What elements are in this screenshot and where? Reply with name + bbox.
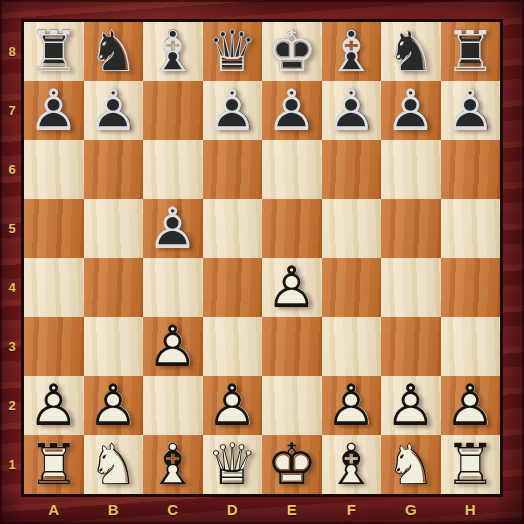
piece-black-knight[interactable]: ♞♘ bbox=[84, 22, 144, 81]
black-pawn-glyph-outline: ♙ bbox=[24, 81, 84, 140]
square-c2[interactable] bbox=[143, 376, 203, 435]
rank-label-7: 7 bbox=[0, 81, 24, 140]
white-rook-glyph-outline: ♖ bbox=[24, 435, 84, 494]
black-queen-glyph-outline: ♕ bbox=[203, 22, 263, 81]
square-c6[interactable] bbox=[143, 140, 203, 199]
square-b3[interactable] bbox=[84, 317, 144, 376]
piece-black-bishop[interactable]: ♝♗ bbox=[322, 22, 382, 81]
white-pawn-glyph-outline: ♙ bbox=[381, 376, 441, 435]
square-c5[interactable]: ♟♙ bbox=[143, 199, 203, 258]
square-b2[interactable]: ♟♙ bbox=[84, 376, 144, 435]
piece-white-pawn[interactable]: ♟♙ bbox=[203, 376, 263, 435]
square-d1[interactable]: ♛♕ bbox=[203, 435, 263, 494]
square-e6[interactable] bbox=[262, 140, 322, 199]
black-pawn-glyph-outline: ♙ bbox=[381, 81, 441, 140]
square-g1[interactable]: ♞♘ bbox=[381, 435, 441, 494]
piece-white-rook[interactable]: ♜♖ bbox=[24, 435, 84, 494]
square-g3[interactable] bbox=[381, 317, 441, 376]
square-g7[interactable]: ♟♙ bbox=[381, 81, 441, 140]
white-pawn-glyph-outline: ♙ bbox=[441, 376, 501, 435]
square-h8[interactable]: ♜♖ bbox=[441, 22, 501, 81]
piece-white-pawn[interactable]: ♟♙ bbox=[143, 317, 203, 376]
square-b1[interactable]: ♞♘ bbox=[84, 435, 144, 494]
white-knight-glyph-outline: ♘ bbox=[381, 435, 441, 494]
square-e1[interactable]: ♚♔ bbox=[262, 435, 322, 494]
square-c7[interactable] bbox=[143, 81, 203, 140]
square-a4[interactable] bbox=[24, 258, 84, 317]
piece-black-pawn[interactable]: ♟♙ bbox=[84, 81, 144, 140]
piece-white-pawn[interactable]: ♟♙ bbox=[322, 376, 382, 435]
square-a1[interactable]: ♜♖ bbox=[24, 435, 84, 494]
square-g4[interactable] bbox=[381, 258, 441, 317]
file-label-f: F bbox=[322, 494, 382, 524]
square-a8[interactable]: ♜♖ bbox=[24, 22, 84, 81]
black-pawn-glyph-outline: ♙ bbox=[441, 81, 501, 140]
square-c3[interactable]: ♟♙ bbox=[143, 317, 203, 376]
rank-label-4: 4 bbox=[0, 258, 24, 317]
piece-white-knight[interactable]: ♞♘ bbox=[381, 435, 441, 494]
square-f1[interactable]: ♝♗ bbox=[322, 435, 382, 494]
file-label-c: C bbox=[143, 494, 203, 524]
piece-white-pawn[interactable]: ♟♙ bbox=[84, 376, 144, 435]
piece-black-pawn[interactable]: ♟♙ bbox=[24, 81, 84, 140]
file-label-g: G bbox=[381, 494, 441, 524]
black-pawn-glyph-outline: ♙ bbox=[262, 81, 322, 140]
square-g8[interactable]: ♞♘ bbox=[381, 22, 441, 81]
square-e8[interactable]: ♚♔ bbox=[262, 22, 322, 81]
piece-black-pawn[interactable]: ♟♙ bbox=[143, 199, 203, 258]
piece-black-rook[interactable]: ♜♖ bbox=[24, 22, 84, 81]
square-c1[interactable]: ♝♗ bbox=[143, 435, 203, 494]
square-e3[interactable] bbox=[262, 317, 322, 376]
square-e2[interactable] bbox=[262, 376, 322, 435]
white-pawn-glyph-outline: ♙ bbox=[203, 376, 263, 435]
square-b4[interactable] bbox=[84, 258, 144, 317]
square-h3[interactable] bbox=[441, 317, 501, 376]
piece-black-knight[interactable]: ♞♘ bbox=[381, 22, 441, 81]
square-e5[interactable] bbox=[262, 199, 322, 258]
square-d7[interactable]: ♟♙ bbox=[203, 81, 263, 140]
piece-black-pawn[interactable]: ♟♙ bbox=[381, 81, 441, 140]
piece-white-bishop[interactable]: ♝♗ bbox=[143, 435, 203, 494]
piece-white-pawn[interactable]: ♟♙ bbox=[441, 376, 501, 435]
square-b7[interactable]: ♟♙ bbox=[84, 81, 144, 140]
white-pawn-glyph-outline: ♙ bbox=[24, 376, 84, 435]
black-rook-glyph-outline: ♖ bbox=[441, 22, 501, 81]
square-e4[interactable]: ♟♙ bbox=[262, 258, 322, 317]
white-bishop-glyph-outline: ♗ bbox=[322, 435, 382, 494]
square-a2[interactable]: ♟♙ bbox=[24, 376, 84, 435]
square-h4[interactable] bbox=[441, 258, 501, 317]
piece-white-rook[interactable]: ♜♖ bbox=[441, 435, 501, 494]
white-pawn-glyph-outline: ♙ bbox=[262, 258, 322, 317]
square-h1[interactable]: ♜♖ bbox=[441, 435, 501, 494]
white-rook-glyph-outline: ♖ bbox=[441, 435, 501, 494]
square-e7[interactable]: ♟♙ bbox=[262, 81, 322, 140]
piece-black-bishop[interactable]: ♝♗ bbox=[143, 22, 203, 81]
black-pawn-glyph-outline: ♙ bbox=[322, 81, 382, 140]
white-pawn-glyph-outline: ♙ bbox=[143, 317, 203, 376]
square-b8[interactable]: ♞♘ bbox=[84, 22, 144, 81]
piece-black-king[interactable]: ♚♔ bbox=[262, 22, 322, 81]
piece-black-queen[interactable]: ♛♕ bbox=[203, 22, 263, 81]
black-pawn-glyph-outline: ♙ bbox=[84, 81, 144, 140]
square-h5[interactable] bbox=[441, 199, 501, 258]
square-a6[interactable] bbox=[24, 140, 84, 199]
file-label-e: E bbox=[262, 494, 322, 524]
rank-label-3: 3 bbox=[0, 317, 24, 376]
square-a3[interactable] bbox=[24, 317, 84, 376]
white-bishop-glyph-outline: ♗ bbox=[143, 435, 203, 494]
white-king-glyph-outline: ♔ bbox=[262, 435, 322, 494]
black-bishop-glyph-outline: ♗ bbox=[322, 22, 382, 81]
square-f4[interactable] bbox=[322, 258, 382, 317]
white-pawn-glyph-outline: ♙ bbox=[84, 376, 144, 435]
chessboard: ♜♖♞♘♝♗♛♕♚♔♝♗♞♘♜♖♟♙♟♙♟♙♟♙♟♙♟♙♟♙♟♙♟♙♟♙♟♙♟♙… bbox=[24, 22, 500, 494]
chess-position-screenshot: ♜♖♞♘♝♗♛♕♚♔♝♗♞♘♜♖♟♙♟♙♟♙♟♙♟♙♟♙♟♙♟♙♟♙♟♙♟♙♟♙… bbox=[0, 0, 524, 524]
square-f7[interactable]: ♟♙ bbox=[322, 81, 382, 140]
square-g6[interactable] bbox=[381, 140, 441, 199]
piece-white-pawn[interactable]: ♟♙ bbox=[262, 258, 322, 317]
square-d3[interactable] bbox=[203, 317, 263, 376]
white-pawn-glyph-outline: ♙ bbox=[322, 376, 382, 435]
square-a5[interactable] bbox=[24, 199, 84, 258]
file-label-d: D bbox=[203, 494, 263, 524]
piece-white-pawn[interactable]: ♟♙ bbox=[24, 376, 84, 435]
rank-labels: 87654321 bbox=[0, 22, 24, 494]
square-f2[interactable]: ♟♙ bbox=[322, 376, 382, 435]
file-label-h: H bbox=[441, 494, 501, 524]
file-label-b: B bbox=[84, 494, 144, 524]
square-d4[interactable] bbox=[203, 258, 263, 317]
file-labels: ABCDEFGH bbox=[24, 494, 500, 524]
square-h7[interactable]: ♟♙ bbox=[441, 81, 501, 140]
black-bishop-glyph-outline: ♗ bbox=[143, 22, 203, 81]
square-f8[interactable]: ♝♗ bbox=[322, 22, 382, 81]
black-knight-glyph-outline: ♘ bbox=[84, 22, 144, 81]
piece-white-pawn[interactable]: ♟♙ bbox=[381, 376, 441, 435]
piece-white-knight[interactable]: ♞♘ bbox=[84, 435, 144, 494]
square-f3[interactable] bbox=[322, 317, 382, 376]
piece-white-bishop[interactable]: ♝♗ bbox=[322, 435, 382, 494]
square-f5[interactable] bbox=[322, 199, 382, 258]
piece-white-king[interactable]: ♚♔ bbox=[262, 435, 322, 494]
piece-black-pawn[interactable]: ♟♙ bbox=[262, 81, 322, 140]
rank-label-2: 2 bbox=[0, 376, 24, 435]
square-d2[interactable]: ♟♙ bbox=[203, 376, 263, 435]
rank-label-1: 1 bbox=[0, 435, 24, 494]
square-h6[interactable] bbox=[441, 140, 501, 199]
square-d8[interactable]: ♛♕ bbox=[203, 22, 263, 81]
square-b6[interactable] bbox=[84, 140, 144, 199]
square-c4[interactable] bbox=[143, 258, 203, 317]
square-d6[interactable] bbox=[203, 140, 263, 199]
rank-label-8: 8 bbox=[0, 22, 24, 81]
white-knight-glyph-outline: ♘ bbox=[84, 435, 144, 494]
piece-black-rook[interactable]: ♜♖ bbox=[441, 22, 501, 81]
square-g5[interactable] bbox=[381, 199, 441, 258]
black-knight-glyph-outline: ♘ bbox=[381, 22, 441, 81]
square-a7[interactable]: ♟♙ bbox=[24, 81, 84, 140]
white-queen-glyph-outline: ♕ bbox=[203, 435, 263, 494]
black-rook-glyph-outline: ♖ bbox=[24, 22, 84, 81]
piece-black-pawn[interactable]: ♟♙ bbox=[203, 81, 263, 140]
square-h2[interactable]: ♟♙ bbox=[441, 376, 501, 435]
file-label-a: A bbox=[24, 494, 84, 524]
square-g2[interactable]: ♟♙ bbox=[381, 376, 441, 435]
piece-black-pawn[interactable]: ♟♙ bbox=[441, 81, 501, 140]
square-c8[interactable]: ♝♗ bbox=[143, 22, 203, 81]
piece-white-queen[interactable]: ♛♕ bbox=[203, 435, 263, 494]
square-b5[interactable] bbox=[84, 199, 144, 258]
black-pawn-glyph-outline: ♙ bbox=[143, 199, 203, 258]
square-d5[interactable] bbox=[203, 199, 263, 258]
black-king-glyph-outline: ♔ bbox=[262, 22, 322, 81]
rank-label-6: 6 bbox=[0, 140, 24, 199]
square-f6[interactable] bbox=[322, 140, 382, 199]
black-pawn-glyph-outline: ♙ bbox=[203, 81, 263, 140]
piece-black-pawn[interactable]: ♟♙ bbox=[322, 81, 382, 140]
rank-label-5: 5 bbox=[0, 199, 24, 258]
